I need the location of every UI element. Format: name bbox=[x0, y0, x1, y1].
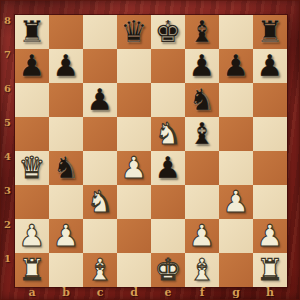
square-g2[interactable] bbox=[219, 219, 253, 253]
white-king[interactable]: ♚ bbox=[151, 253, 185, 287]
square-g1[interactable] bbox=[219, 253, 253, 287]
white-pawn[interactable]: ♟ bbox=[117, 151, 151, 185]
square-c3[interactable]: ♞ bbox=[83, 185, 117, 219]
white-pawn[interactable]: ♟ bbox=[219, 185, 253, 219]
rank-label-3: 3 bbox=[0, 185, 15, 219]
square-b4[interactable]: ♞ bbox=[49, 151, 83, 185]
black-pawn[interactable]: ♟ bbox=[185, 49, 219, 83]
square-a4[interactable]: ♛ bbox=[15, 151, 49, 185]
black-pawn[interactable]: ♟ bbox=[15, 49, 49, 83]
square-d2[interactable] bbox=[117, 219, 151, 253]
black-knight[interactable]: ♞ bbox=[185, 83, 219, 117]
square-h3[interactable] bbox=[253, 185, 287, 219]
square-a7[interactable]: ♟ bbox=[15, 49, 49, 83]
black-bishop[interactable]: ♝ bbox=[185, 15, 219, 49]
square-g7[interactable]: ♟ bbox=[219, 49, 253, 83]
square-c7[interactable] bbox=[83, 49, 117, 83]
square-e6[interactable] bbox=[151, 83, 185, 117]
square-h8[interactable]: ♜ bbox=[253, 15, 287, 49]
black-pawn[interactable]: ♟ bbox=[151, 151, 185, 185]
square-c4[interactable] bbox=[83, 151, 117, 185]
square-a8[interactable]: ♜ bbox=[15, 15, 49, 49]
square-f4[interactable] bbox=[185, 151, 219, 185]
square-h1[interactable]: ♜ bbox=[253, 253, 287, 287]
square-f7[interactable]: ♟ bbox=[185, 49, 219, 83]
file-label-g: g bbox=[219, 286, 253, 300]
white-rook[interactable]: ♜ bbox=[15, 253, 49, 287]
square-f1[interactable]: ♝ bbox=[185, 253, 219, 287]
square-c2[interactable] bbox=[83, 219, 117, 253]
square-b8[interactable] bbox=[49, 15, 83, 49]
square-f8[interactable]: ♝ bbox=[185, 15, 219, 49]
square-f2[interactable]: ♟ bbox=[185, 219, 219, 253]
black-rook[interactable]: ♜ bbox=[15, 15, 49, 49]
file-label-h: h bbox=[253, 286, 287, 300]
square-a6[interactable] bbox=[15, 83, 49, 117]
white-bishop[interactable]: ♝ bbox=[83, 253, 117, 287]
rank-label-8: 8 bbox=[0, 15, 15, 49]
square-e4[interactable]: ♟ bbox=[151, 151, 185, 185]
white-rook[interactable]: ♜ bbox=[253, 253, 287, 287]
file-label-a: a bbox=[15, 286, 49, 300]
square-e8[interactable]: ♚ bbox=[151, 15, 185, 49]
rank-label-7: 7 bbox=[0, 49, 15, 83]
square-a1[interactable]: ♜ bbox=[15, 253, 49, 287]
square-d8[interactable]: ♛ bbox=[117, 15, 151, 49]
white-pawn[interactable]: ♟ bbox=[185, 219, 219, 253]
square-e2[interactable] bbox=[151, 219, 185, 253]
square-g3[interactable]: ♟ bbox=[219, 185, 253, 219]
square-g4[interactable] bbox=[219, 151, 253, 185]
square-c5[interactable] bbox=[83, 117, 117, 151]
square-d7[interactable] bbox=[117, 49, 151, 83]
black-king[interactable]: ♚ bbox=[151, 15, 185, 49]
square-b7[interactable]: ♟ bbox=[49, 49, 83, 83]
square-f5[interactable]: ♝ bbox=[185, 117, 219, 151]
rank-label-4: 4 bbox=[0, 151, 15, 185]
square-b1[interactable] bbox=[49, 253, 83, 287]
square-c8[interactable] bbox=[83, 15, 117, 49]
square-e1[interactable]: ♚ bbox=[151, 253, 185, 287]
square-b3[interactable] bbox=[49, 185, 83, 219]
board-frame: ♜♛♚♝♜♟♟♟♟♟♟♞♞♝♛♞♟♟♞♟♟♟♟♟♜♝♚♝♜ 87654321ab… bbox=[0, 0, 300, 300]
square-d1[interactable] bbox=[117, 253, 151, 287]
square-c6[interactable]: ♟ bbox=[83, 83, 117, 117]
square-h7[interactable]: ♟ bbox=[253, 49, 287, 83]
square-e5[interactable]: ♞ bbox=[151, 117, 185, 151]
square-a2[interactable]: ♟ bbox=[15, 219, 49, 253]
file-label-f: f bbox=[185, 286, 219, 300]
white-pawn[interactable]: ♟ bbox=[15, 219, 49, 253]
square-b2[interactable]: ♟ bbox=[49, 219, 83, 253]
white-pawn[interactable]: ♟ bbox=[49, 219, 83, 253]
rank-label-6: 6 bbox=[0, 83, 15, 117]
square-h2[interactable]: ♟ bbox=[253, 219, 287, 253]
black-queen[interactable]: ♛ bbox=[117, 15, 151, 49]
black-knight[interactable]: ♞ bbox=[49, 151, 83, 185]
file-label-d: d bbox=[117, 286, 151, 300]
black-pawn[interactable]: ♟ bbox=[49, 49, 83, 83]
square-f3[interactable] bbox=[185, 185, 219, 219]
square-g8[interactable] bbox=[219, 15, 253, 49]
file-label-c: c bbox=[83, 286, 117, 300]
square-h5[interactable] bbox=[253, 117, 287, 151]
white-knight[interactable]: ♞ bbox=[151, 117, 185, 151]
square-a5[interactable] bbox=[15, 117, 49, 151]
black-bishop[interactable]: ♝ bbox=[185, 117, 219, 151]
square-e7[interactable] bbox=[151, 49, 185, 83]
square-g5[interactable] bbox=[219, 117, 253, 151]
rank-label-1: 1 bbox=[0, 253, 15, 287]
white-bishop[interactable]: ♝ bbox=[185, 253, 219, 287]
black-pawn[interactable]: ♟ bbox=[253, 49, 287, 83]
black-pawn[interactable]: ♟ bbox=[83, 83, 117, 117]
chess-board: ♜♛♚♝♜♟♟♟♟♟♟♞♞♝♛♞♟♟♞♟♟♟♟♟♜♝♚♝♜ bbox=[15, 15, 287, 287]
black-rook[interactable]: ♜ bbox=[253, 15, 287, 49]
square-g6[interactable] bbox=[219, 83, 253, 117]
square-h4[interactable] bbox=[253, 151, 287, 185]
file-label-b: b bbox=[49, 286, 83, 300]
square-c1[interactable]: ♝ bbox=[83, 253, 117, 287]
square-f6[interactable]: ♞ bbox=[185, 83, 219, 117]
square-d6[interactable] bbox=[117, 83, 151, 117]
square-d3[interactable] bbox=[117, 185, 151, 219]
white-queen[interactable]: ♛ bbox=[15, 151, 49, 185]
square-d4[interactable]: ♟ bbox=[117, 151, 151, 185]
white-knight[interactable]: ♞ bbox=[83, 185, 117, 219]
file-label-e: e bbox=[151, 286, 185, 300]
square-h6[interactable] bbox=[253, 83, 287, 117]
square-d5[interactable] bbox=[117, 117, 151, 151]
square-a3[interactable] bbox=[15, 185, 49, 219]
white-pawn[interactable]: ♟ bbox=[253, 219, 287, 253]
black-pawn[interactable]: ♟ bbox=[219, 49, 253, 83]
rank-label-5: 5 bbox=[0, 117, 15, 151]
square-b5[interactable] bbox=[49, 117, 83, 151]
square-b6[interactable] bbox=[49, 83, 83, 117]
rank-label-2: 2 bbox=[0, 219, 15, 253]
square-e3[interactable] bbox=[151, 185, 185, 219]
